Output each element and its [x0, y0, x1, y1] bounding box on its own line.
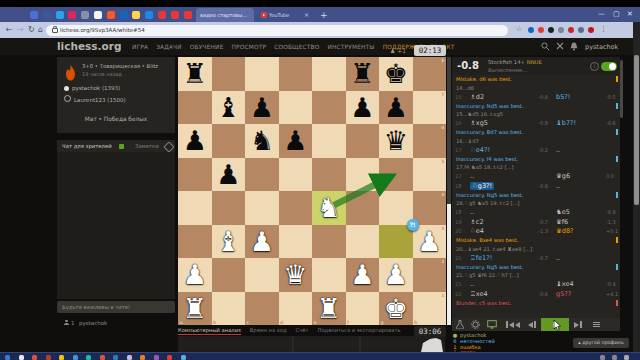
extension-icon[interactable] — [528, 27, 534, 33]
square-b3[interactable]: ♝ — [212, 225, 246, 259]
engine-comment: Blunder. c5 was best. — [452, 299, 620, 308]
white-move[interactable]: .. — [468, 208, 526, 216]
piece-black-pawn[interactable]: ♟ — [346, 91, 380, 125]
rank-coordinate: 4 — [441, 192, 444, 197]
back-icon[interactable]: ← — [6, 25, 13, 35]
move-number: 19 — [452, 219, 468, 225]
black-move[interactable]: g5?? — [548, 290, 606, 298]
black-move[interactable]: ♛f6 — [548, 218, 606, 226]
white-eval: -0.2 — [526, 147, 548, 153]
movelist-scrollbar[interactable] — [620, 60, 623, 118]
white-move[interactable]: ♗xg5 — [468, 119, 526, 127]
square-b5[interactable]: ♟ — [212, 158, 246, 192]
piece-black-king[interactable]: ♚ — [379, 57, 413, 91]
square-e8[interactable] — [312, 57, 346, 91]
pawn-icon: ♟ — [390, 47, 395, 54]
reload-icon[interactable]: ↻ — [28, 25, 35, 35]
taskbar-app-icon[interactable] — [5, 355, 10, 360]
square-a1[interactable]: ♜a — [178, 292, 212, 326]
youtube-tab[interactable]: YouTube × — [258, 8, 312, 22]
rank-coordinate: 2 — [441, 259, 444, 264]
variation-line[interactable]: 15...♞d5 16.♗xg5 — [452, 110, 620, 119]
under-board-tabs: Компьютерный анализВремя на ходСчётПодел… — [178, 327, 446, 335]
piece-white-pawn[interactable]: ♟ — [379, 258, 413, 292]
chat-messages — [57, 152, 175, 299]
square-c1[interactable]: c — [245, 292, 279, 326]
move-row: 17..♛g60.0 — [452, 172, 620, 182]
square-g7[interactable]: ♟ — [379, 91, 413, 125]
square-e2[interactable] — [312, 258, 346, 292]
piece-black-pawn[interactable]: ♟ — [279, 124, 313, 158]
black-move[interactable]: ♛g6 — [548, 172, 606, 180]
game-meta: 3+0 • Товарищеская • Blitz — [82, 63, 158, 69]
piece-white-rook[interactable]: ♜ — [312, 292, 346, 326]
white-player[interactable]: pystachok (1393) — [64, 85, 120, 91]
piece-white-knight[interactable]: ♞ — [312, 191, 346, 225]
comment-bar — [616, 76, 618, 82]
square-g6[interactable]: ♛ — [379, 124, 413, 158]
white-move[interactable]: ♖xe4 — [468, 290, 526, 298]
chat-tabs: Чат для зрителей Заметки — [57, 140, 175, 152]
file-coordinate: h — [414, 320, 417, 325]
move-number: 17 — [452, 173, 468, 179]
black-move[interactable]: .. — [548, 254, 606, 262]
move-number: 16 — [452, 120, 468, 126]
active-browser-tab[interactable]: видео стартовых новых ком… — [196, 8, 254, 22]
move-row: 20♘e4-1.3♛d8?+0.1 — [452, 227, 620, 237]
rank-coordinate: 6 — [441, 125, 444, 130]
white-move[interactable]: ♘e4?! — [468, 146, 526, 154]
move-number: 15 — [452, 94, 468, 100]
browser-tab-strip: видео стартовых новых ком… YouTube × + —… — [0, 7, 640, 22]
extension-icon[interactable] — [588, 27, 594, 33]
piece-white-pawn[interactable]: ♟ — [245, 225, 279, 259]
file-coordinate: d — [280, 320, 283, 325]
home-icon[interactable]: ⌂ — [38, 25, 43, 35]
taskbar-app-icon[interactable] — [154, 355, 159, 360]
tab-active[interactable]: Компьютерный анализ — [178, 327, 241, 335]
square-c3[interactable]: ♟ — [245, 225, 279, 259]
black-move[interactable]: ♛d8? — [548, 227, 606, 235]
black-clock: 02:13 — [414, 45, 446, 56]
move-row: 18♘g3?!-0.8.. — [452, 181, 620, 191]
white-eval: -0.8 — [526, 183, 548, 189]
square-a7[interactable] — [178, 91, 212, 125]
spectator-icon — [64, 320, 69, 325]
next-move-button[interactable] — [541, 318, 569, 331]
black-eval: +4.1 — [606, 291, 620, 297]
engine-toggle[interactable] — [601, 62, 617, 71]
square-e5[interactable] — [312, 158, 346, 192]
square-c8[interactable] — [245, 57, 279, 91]
square-g1[interactable]: ♚g — [379, 292, 413, 326]
taskbar-app-icon[interactable] — [140, 355, 145, 360]
move-row: 22♖xe4-0.6g5??+4.1 — [452, 289, 620, 299]
engine-comment: Inaccuracy. Nd5 was best. — [452, 102, 620, 111]
square-d1[interactable]: d — [279, 292, 313, 326]
forward-icon[interactable]: → — [17, 25, 24, 35]
piece-white-pawn[interactable]: ♟ — [178, 258, 212, 292]
taskbar-tray-icon[interactable] — [612, 355, 617, 360]
white-eval: -0.7 — [526, 219, 548, 225]
pinned-tab-icon[interactable] — [81, 11, 89, 19]
chat-placeholder: Будьте вежливы в чате! — [62, 304, 130, 310]
black-move[interactable]: ♝b7?! — [548, 119, 606, 127]
variation-line[interactable]: 21.♘g5 ♛f6 22.♘h7 [...] — [452, 271, 620, 280]
rank-coordinate: 5 — [441, 159, 444, 164]
square-d5[interactable] — [279, 158, 313, 192]
move-row: 19♗c2-0.7♛f6-1.3 — [452, 217, 620, 227]
search-icon[interactable] — [541, 42, 550, 51]
rank-coordinate: 8 — [441, 58, 444, 63]
settings-gear-icon[interactable] — [468, 318, 483, 331]
square-h1[interactable]: 1h — [413, 292, 447, 326]
square-f1[interactable]: f — [346, 292, 380, 326]
move-number: 17 — [452, 147, 468, 153]
pinned-tab-icon[interactable] — [132, 11, 140, 19]
white-move[interactable]: ♘g3?! — [468, 182, 526, 190]
square-e1[interactable]: ♜e — [312, 292, 346, 326]
square-d8[interactable] — [279, 57, 313, 91]
piece-black-knight[interactable]: ♞ — [245, 124, 279, 158]
square-d7[interactable] — [279, 91, 313, 125]
black-player[interactable]: Laurent123 (1500) — [64, 95, 126, 103]
comment-bar — [616, 300, 618, 306]
prev-move-button[interactable] — [523, 318, 541, 331]
lichess-logo[interactable]: lichess.org — [57, 40, 121, 52]
square-a6[interactable]: ♟ — [178, 124, 212, 158]
mouse-cursor — [553, 320, 563, 332]
square-c4[interactable] — [245, 191, 279, 225]
material-advantage: ♟ +1 — [390, 47, 406, 54]
square-b4[interactable] — [212, 191, 246, 225]
taskbar-app-icon[interactable] — [113, 355, 118, 360]
square-b6[interactable] — [212, 124, 246, 158]
square-c6[interactable]: ♞ — [245, 124, 279, 158]
last-move-button[interactable] — [569, 318, 587, 331]
comment-bar — [616, 156, 618, 162]
chat-input[interactable]: Будьте вежливы в чате! — [57, 301, 175, 313]
site-header: lichess.org ИГРАЗАДАЧИОБУЧЕНИЕПРОСМОТРСО… — [0, 38, 633, 55]
move-row: 21♖fe1?!-0.7.. — [452, 253, 620, 263]
white-dot-icon — [64, 86, 69, 91]
pinned-tab-icon[interactable] — [145, 11, 153, 19]
taskbar-app-icon[interactable] — [181, 355, 186, 360]
square-b2[interactable] — [212, 258, 246, 292]
minimize-button[interactable]: — — [598, 9, 605, 20]
pinned-tab-icon[interactable] — [30, 11, 38, 19]
tab-inactive[interactable]: Время на ход — [250, 327, 287, 333]
pinned-tab-icon[interactable] — [120, 11, 128, 19]
taskbar-tray-icon[interactable] — [624, 355, 629, 360]
tab-notes[interactable]: Заметки — [135, 143, 159, 149]
square-g8[interactable]: ♚ — [379, 57, 413, 91]
taskbar-app-icon[interactable] — [46, 355, 51, 360]
piece-white-bishop[interactable]: ♝ — [212, 225, 246, 259]
bookmark-star-icon[interactable]: ☆ — [516, 25, 522, 33]
summary-button[interactable]: ▴ другой профиль — [573, 338, 629, 348]
piece-black-bishop[interactable]: ♝ — [212, 91, 246, 125]
black-move[interactable]: ♞e5 — [548, 208, 606, 216]
comment-bar — [616, 129, 618, 135]
piece-white-king[interactable]: ♚ — [379, 292, 413, 326]
piece-white-pawn[interactable]: ♟ — [346, 258, 380, 292]
square-d2[interactable]: ♛ — [279, 258, 313, 292]
white-eval: -0.8 — [526, 94, 548, 100]
comment-bar — [616, 264, 618, 270]
move-number: 18 — [452, 183, 468, 189]
tab-spectator-chat[interactable]: Чат для зрителей — [62, 143, 112, 149]
file-coordinate: e — [314, 320, 317, 325]
desktop: видео стартовых новых ком… YouTube × + —… — [0, 0, 640, 360]
pinned-tab-icon[interactable] — [171, 11, 179, 19]
square-a4[interactable] — [178, 191, 212, 225]
browser-toolbar: ← → ↻ ⌂ lichess.org/9Svp3AA/white#54 ☆ ⋮ — [0, 22, 640, 38]
square-a2[interactable]: ♟ — [178, 258, 212, 292]
game-time-ago: 19 часов назад — [82, 71, 122, 77]
variation-line[interactable]: 14...d6 — [452, 84, 620, 93]
white-eval: -0.6 — [526, 291, 548, 297]
close-window-button[interactable]: ✕ — [627, 9, 633, 20]
square-b8[interactable] — [212, 57, 246, 91]
taskbar-app-icon[interactable] — [127, 355, 132, 360]
nav-задачи[interactable]: ЗАДАЧИ — [156, 44, 182, 50]
new-tab-button[interactable]: + — [320, 9, 328, 21]
chess-board[interactable]: ♜♜♚8♝♟♟♟7♟♞♟♛6♟5♞4♝♟♟3♟♛♟♟2♜abcd♜ef♚g1h — [178, 57, 446, 325]
pinned-tab-icon[interactable] — [158, 11, 166, 19]
page-url[interactable]: lichess.org/9Svp3AA/white#54 — [60, 27, 145, 33]
file-coordinate: g — [381, 320, 384, 325]
piece-black-pawn[interactable]: ♟ — [178, 124, 212, 158]
taskbar-app-icon[interactable] — [73, 355, 78, 360]
square-f7[interactable]: ♟ — [346, 91, 380, 125]
square-g4[interactable] — [379, 191, 413, 225]
board-preview-icon[interactable] — [483, 318, 500, 331]
pinned-tab-icon[interactable] — [56, 11, 64, 19]
square-e6[interactable] — [312, 124, 346, 158]
extension-icon[interactable] — [538, 27, 544, 33]
square-f2[interactable]: ♟ — [346, 258, 380, 292]
square-f4[interactable] — [346, 191, 380, 225]
file-coordinate: f — [347, 320, 349, 325]
variation-line[interactable]: 17.f4 ♞a5 18.♗c2 [...] — [452, 163, 620, 172]
tab-inactive[interactable]: Счёт — [296, 327, 309, 333]
white-move[interactable]: ♖fe1?! — [468, 254, 526, 262]
square-d3[interactable] — [279, 225, 313, 259]
rank-coordinate: 3 — [441, 226, 444, 231]
engine-comment: Inaccuracy. Bd7 was best. — [452, 128, 620, 137]
square-h8[interactable]: 8 — [413, 57, 447, 91]
taskbar-app-icon[interactable] — [100, 355, 105, 360]
analysis-toolbar — [452, 318, 620, 331]
username[interactable]: pystachok — [585, 43, 618, 51]
challenge-x-icon[interactable] — [556, 42, 564, 50]
square-f3[interactable] — [346, 225, 380, 259]
spectators: 1 pystachok — [57, 318, 175, 328]
windows-taskbar[interactable] — [0, 352, 640, 360]
square-h3[interactable]: ♟3 — [413, 225, 447, 259]
rank-coordinate: 7 — [441, 92, 444, 97]
black-eval: +0.1 — [606, 228, 620, 234]
move-row: 18..♞e5-0.8 — [452, 208, 620, 218]
pinned-tab-icon[interactable] — [107, 11, 115, 19]
taskbar-app-icon[interactable] — [59, 355, 64, 360]
pencil-icon[interactable] — [163, 141, 174, 152]
square-f8[interactable]: ♜ — [346, 57, 380, 91]
nav-инструменты[interactable]: ИНСТРУМЕНТЫ — [327, 44, 374, 50]
piece-black-queen[interactable]: ♛ — [379, 124, 413, 158]
piece-white-rook[interactable]: ♜ — [178, 292, 212, 326]
nav-сообщество[interactable]: СООБЩЕСТВО — [274, 44, 319, 50]
youtube-icon — [261, 12, 267, 18]
inaccuracy-badge: ?! — [407, 219, 419, 231]
nav-обучение[interactable]: ОБУЧЕНИЕ — [190, 44, 224, 50]
square-h6[interactable]: 6 — [413, 124, 447, 158]
address-bar[interactable]: lichess.org/9Svp3AA/white#54 — [46, 25, 508, 36]
file-coordinate: b — [213, 320, 216, 325]
square-h4[interactable]: 4 — [413, 191, 447, 225]
move-number: 21 — [452, 281, 468, 287]
engine-comment: Inaccuracy. f4 was best. — [452, 155, 620, 164]
move-row: 16♗xg5-0.8♝b7?!-0.6 — [452, 119, 620, 129]
pinned-tab-icon[interactable] — [43, 11, 51, 19]
eval-graph[interactable] — [178, 336, 445, 352]
square-g5[interactable] — [379, 158, 413, 192]
browser-menu-icon[interactable]: ⋮ — [600, 25, 607, 33]
nav-просмотр[interactable]: ПРОСМОТР — [232, 44, 267, 50]
square-a8[interactable]: ♜ — [178, 57, 212, 91]
variation-line[interactable]: 20...♝xe4 21.♗xe4 ♜ae8 [...] — [452, 245, 620, 254]
file-coordinate: c — [247, 320, 250, 325]
black-eval: -0.5 — [606, 94, 620, 100]
first-move-button[interactable] — [503, 318, 523, 331]
variation-line[interactable]: 16...♝d7 — [452, 137, 620, 146]
square-c5[interactable] — [245, 158, 279, 192]
piece-black-pawn[interactable]: ♟ — [212, 158, 246, 192]
square-h2[interactable]: 2 — [413, 258, 447, 292]
move-number: 18 — [452, 209, 468, 215]
move-row: 17♘e4?!-0.2.. — [452, 145, 620, 155]
engine-comment: Mistake. Bxe4 was best. — [452, 236, 620, 245]
analysis-menu-icon[interactable] — [587, 318, 605, 331]
piece-black-rook[interactable]: ♜ — [178, 57, 212, 91]
game-result: Мат • Победа белых — [57, 116, 175, 122]
piece-black-pawn[interactable]: ♟ — [245, 91, 279, 125]
taskbar-app-icon[interactable] — [19, 355, 24, 360]
comment-bar — [616, 237, 618, 243]
engine-comment: Inaccuracy. Ng5 was best. — [452, 263, 620, 272]
square-d4[interactable] — [279, 191, 313, 225]
square-f6[interactable] — [346, 124, 380, 158]
piece-white-queen[interactable]: ♛ — [279, 258, 313, 292]
maximize-button[interactable]: ▢ — [613, 9, 620, 20]
info-icon[interactable]: i — [590, 62, 599, 71]
move-number: 21 — [452, 255, 468, 261]
engine-eval: -0.8 — [457, 60, 479, 71]
square-h5[interactable]: 5 — [413, 158, 447, 192]
extension-icon[interactable] — [558, 27, 564, 33]
engine-status: Вычисление… — [488, 67, 527, 73]
extension-icon[interactable] — [548, 27, 554, 33]
move-number: 22 — [452, 291, 468, 297]
piece-black-rook[interactable]: ♜ — [346, 57, 380, 91]
browser-scrollbar-thumb[interactable] — [634, 55, 639, 205]
move-row: 15♗d2-0.8b5?!-0.5 — [452, 92, 620, 102]
white-eval: -1.3 — [526, 228, 548, 234]
square-b1[interactable]: b — [212, 292, 246, 326]
square-c2[interactable] — [245, 258, 279, 292]
square-e3[interactable] — [312, 225, 346, 259]
file-coordinate: a — [180, 320, 183, 325]
white-move[interactable]: .. — [468, 172, 526, 180]
square-a3[interactable] — [178, 225, 212, 259]
square-b7[interactable]: ♝ — [212, 91, 246, 125]
move-number: 20 — [452, 228, 468, 234]
white-eval: -0.7 — [526, 255, 548, 261]
tab-inactive[interactable]: Поделиться и экспортировать — [317, 327, 400, 333]
close-tab-icon[interactable]: × — [304, 8, 309, 22]
engine-box: -0.8 Stockfish 14+ NNUE Вычисление… i — [452, 57, 620, 75]
move-list: Mistake. d6 was best.14...d615♗d2-0.8b5?… — [452, 75, 620, 318]
taskbar-tray-icon[interactable] — [600, 355, 605, 360]
black-dot-icon — [64, 95, 71, 102]
engine-name: Stockfish 14+ NNUE — [488, 59, 542, 65]
square-e4[interactable]: ♞ — [312, 191, 346, 225]
move-row: 21..♝xe4-0.4 — [452, 280, 620, 290]
square-a5[interactable] — [178, 158, 212, 192]
bell-icon[interactable] — [570, 42, 578, 51]
black-eval: 0.0 — [606, 173, 620, 179]
spectator-name[interactable]: pystachok — [79, 320, 107, 326]
black-move[interactable]: ♝xe4 — [548, 280, 606, 288]
white-move[interactable]: ♗c2 — [468, 218, 526, 226]
taskbar-app-icon[interactable] — [32, 355, 37, 360]
white-eval: -0.8 — [526, 120, 548, 126]
square-g3[interactable] — [379, 225, 413, 259]
black-move[interactable]: .. — [548, 182, 606, 190]
black-eval: -0.4 — [606, 281, 620, 287]
square-h7[interactable]: 7 — [413, 91, 447, 125]
taskbar-app-icon[interactable] — [86, 355, 91, 360]
white-move[interactable]: .. — [468, 280, 526, 288]
square-d6[interactable]: ♟ — [279, 124, 313, 158]
comment-bar — [616, 103, 618, 109]
comment-bar — [616, 192, 618, 198]
blitz-flame-icon — [64, 64, 77, 81]
square-c7[interactable]: ♟ — [245, 91, 279, 125]
white-move[interactable]: ♗d2 — [468, 93, 526, 101]
eval-gauge — [447, 57, 451, 325]
square-e7[interactable] — [312, 91, 346, 125]
taskbar-app-icon[interactable] — [167, 355, 172, 360]
nav-игра[interactable]: ИГРА — [132, 44, 148, 50]
white-move[interactable]: ♘e4 — [468, 227, 526, 235]
square-g2[interactable]: ♟ — [379, 258, 413, 292]
square-f5[interactable] — [346, 158, 380, 192]
analysis-flask-icon[interactable] — [452, 318, 468, 331]
extension-icon[interactable] — [568, 27, 574, 33]
black-move[interactable]: b5?! — [548, 93, 606, 101]
pinned-tab-icon[interactable] — [94, 11, 102, 19]
pinned-tab-icon[interactable] — [68, 11, 76, 19]
extension-icon[interactable] — [578, 27, 584, 33]
engine-comment: Inaccuracy. Ng5 was best. — [452, 191, 620, 200]
rank-coordinate: 1 — [441, 293, 444, 298]
piece-black-pawn[interactable]: ♟ — [379, 91, 413, 125]
pinned-tab-icon[interactable] — [184, 11, 192, 19]
black-move[interactable]: .. — [548, 146, 606, 154]
variation-line[interactable]: 18.♘g5 ♞a5 19.♗c2 [...] — [452, 199, 620, 208]
